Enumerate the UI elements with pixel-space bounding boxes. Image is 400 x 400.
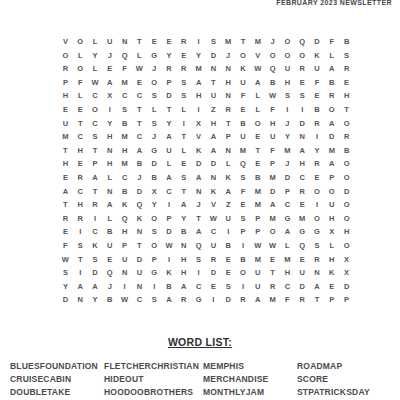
grid-cell: J [265, 35, 280, 49]
grid-cell: Q [102, 266, 117, 280]
grid-cell: E [102, 62, 117, 76]
grid-cell: D [310, 35, 325, 49]
grid-cell: R [73, 171, 88, 185]
grid-cell: A [265, 198, 280, 212]
grid-cell: M [250, 35, 265, 49]
word-list-heading-text: WORD LIST: [168, 336, 232, 348]
grid-cell: S [73, 239, 88, 253]
grid-cell: R [310, 117, 325, 131]
grid-cell: W [117, 293, 132, 307]
grid-cell: G [147, 266, 162, 280]
grid-cell: E [265, 253, 280, 267]
grid-cell: Y [176, 212, 191, 226]
grid-cell: B [324, 76, 339, 90]
grid-cell: P [250, 212, 265, 226]
grid-cell: P [250, 225, 265, 239]
grid-cell: R [58, 62, 73, 76]
grid-cell: K [324, 266, 339, 280]
grid-cell: D [206, 157, 221, 171]
grid-cell: H [295, 157, 310, 171]
grid-cell: N [191, 185, 206, 199]
grid-cell: T [132, 117, 147, 131]
grid-cell: R [58, 212, 73, 226]
grid-cell: I [162, 253, 177, 267]
grid-cell: C [132, 89, 147, 103]
grid-cell: O [339, 198, 354, 212]
grid-cell: S [147, 117, 162, 131]
grid-cell: D [191, 157, 206, 171]
grid-cell: A [324, 62, 339, 76]
grid-cell: S [58, 266, 73, 280]
grid-cell: B [236, 117, 251, 131]
word-list-item: BLUESFOUNDATION [10, 360, 98, 373]
grid-cell: B [339, 144, 354, 158]
grid-cell: I [310, 130, 325, 144]
grid-cell: X [339, 266, 354, 280]
grid-cell: S [176, 76, 191, 90]
grid-cell: F [117, 62, 132, 76]
word-list-item: HOODOOBROTHERS [104, 386, 199, 399]
grid-cell: O [147, 212, 162, 226]
grid-cell: B [147, 171, 162, 185]
grid-cell: M [221, 35, 236, 49]
grid-cell: A [58, 185, 73, 199]
grid-cell: C [132, 130, 147, 144]
grid-cell: O [310, 212, 325, 226]
grid-cell: U [265, 130, 280, 144]
grid-cell: C [132, 293, 147, 307]
grid-cell: A [162, 293, 177, 307]
grid-cell: S [176, 89, 191, 103]
grid-cell: H [265, 117, 280, 131]
grid-cell: A [176, 280, 191, 294]
newsletter-title: FEBRUARY 2023 NEWSLETTER [276, 0, 392, 6]
grid-cell: E [58, 171, 73, 185]
grid-cell: I [102, 103, 117, 117]
grid-cell: I [162, 198, 177, 212]
grid-cell: F [236, 89, 251, 103]
grid-cell: N [102, 185, 117, 199]
grid-cell: E [147, 35, 162, 49]
grid-cell: N [132, 225, 147, 239]
grid-cell: H [339, 225, 354, 239]
grid-cell: F [236, 185, 251, 199]
grid-cell: U [58, 117, 73, 131]
grid-cell: L [176, 144, 191, 158]
grid-cell: Q [265, 62, 280, 76]
grid-cell: G [310, 225, 325, 239]
grid-cell: I [88, 212, 103, 226]
grid-cell: P [117, 239, 132, 253]
grid-cell: I [295, 103, 310, 117]
grid-cell: D [58, 293, 73, 307]
grid-cell: W [88, 76, 103, 90]
grid-cell: M [117, 76, 132, 90]
grid-cell: L [132, 49, 147, 63]
grid-cell: T [191, 212, 206, 226]
word-list-heading: WORD LIST: [0, 336, 400, 348]
grid-cell: H [73, 144, 88, 158]
grid-cell: E [221, 253, 236, 267]
grid-cell: E [58, 225, 73, 239]
grid-cell: L [162, 157, 177, 171]
grid-cell: M [250, 185, 265, 199]
grid-cell: T [206, 76, 221, 90]
grid-cell: L [147, 103, 162, 117]
grid-cell: S [310, 239, 325, 253]
grid-cell: Y [162, 117, 177, 131]
grid-cell: A [191, 225, 206, 239]
grid-cell: N [206, 62, 221, 76]
grid-cell: R [236, 293, 251, 307]
grid-cell: Q [132, 198, 147, 212]
grid-cell: I [221, 225, 236, 239]
grid-cell: T [339, 103, 354, 117]
grid-cell: N [117, 266, 132, 280]
grid-cell: R [265, 280, 280, 294]
grid-cell: Q [295, 35, 310, 49]
grid-cell: K [310, 49, 325, 63]
grid-cell: A [191, 171, 206, 185]
grid-cell: W [265, 239, 280, 253]
grid-cell: C [88, 117, 103, 131]
grid-cell: Q [236, 157, 251, 171]
grid-cell: B [176, 225, 191, 239]
grid-cell: W [132, 62, 147, 76]
grid-cell: M [324, 144, 339, 158]
grid-cell: U [102, 239, 117, 253]
grid-cell: P [339, 293, 354, 307]
grid-cell: W [250, 239, 265, 253]
grid-cell: E [236, 198, 251, 212]
grid-cell: D [339, 185, 354, 199]
grid-cell: K [88, 239, 103, 253]
grid-cell: N [73, 293, 88, 307]
grid-cell: X [147, 185, 162, 199]
grid-cell: C [73, 130, 88, 144]
grid-cell: L [176, 103, 191, 117]
grid-cell: H [176, 253, 191, 267]
grid-cell: L [250, 89, 265, 103]
grid-cell: O [310, 185, 325, 199]
grid-cell: D [280, 171, 295, 185]
grid-cell: T [236, 35, 251, 49]
grid-cell: W [162, 239, 177, 253]
grid-cell: H [73, 198, 88, 212]
grid-cell: I [73, 225, 88, 239]
grid-cell: Y [147, 198, 162, 212]
grid-cell: R [206, 253, 221, 267]
grid-cell: K [206, 185, 221, 199]
grid-cell: T [310, 293, 325, 307]
grid-cell: M [265, 293, 280, 307]
grid-cell: H [102, 157, 117, 171]
grid-cell: B [117, 185, 132, 199]
grid-cell: N [295, 130, 310, 144]
grid-cell: U [295, 266, 310, 280]
grid-cell: N [206, 171, 221, 185]
grid-cell: U [206, 89, 221, 103]
grid-cell: O [236, 266, 251, 280]
grid-cell: Y [162, 49, 177, 63]
grid-cell: A [206, 130, 221, 144]
grid-cell: F [73, 76, 88, 90]
grid-cell: I [117, 280, 132, 294]
grid-cell: K [236, 62, 251, 76]
grid-cell: O [339, 239, 354, 253]
grid-cell: H [324, 253, 339, 267]
grid-cell: T [162, 103, 177, 117]
grid-cell: E [250, 157, 265, 171]
grid-cell: X [324, 225, 339, 239]
grid-cell: Y [310, 144, 325, 158]
grid-cell: P [280, 185, 295, 199]
word-list-item: DOUBLETAKE [10, 386, 98, 399]
grid-cell: V [250, 49, 265, 63]
grid-cell: J [102, 280, 117, 294]
grid-cell: L [73, 49, 88, 63]
grid-cell: T [73, 117, 88, 131]
grid-cell: H [339, 89, 354, 103]
grid-cell: U [221, 212, 236, 226]
grid-cell: O [339, 212, 354, 226]
grid-cell: B [162, 280, 177, 294]
grid-cell: R [176, 35, 191, 49]
grid-cell: I [73, 266, 88, 280]
grid-cell: E [295, 253, 310, 267]
word-list-column: BLUESFOUNDATIONCRUISECABINDOUBLETAKE [10, 360, 98, 399]
grid-cell: A [132, 144, 147, 158]
grid-cell: D [206, 266, 221, 280]
grid-cell: S [221, 280, 236, 294]
grid-cell: M [117, 157, 132, 171]
grid-cell: M [191, 62, 206, 76]
grid-cell: Y [88, 293, 103, 307]
grid-cell: T [265, 266, 280, 280]
word-list-item: MERCHANDISE [203, 373, 268, 386]
grid-cell: N [176, 239, 191, 253]
grid-cell: H [280, 266, 295, 280]
grid-cell: I [206, 293, 221, 307]
word-search-grid: VOLUNTEERISMTMJOQDFBOLYJQLGYEYDJOVOOOKLS… [58, 35, 354, 307]
grid-cell: S [147, 293, 162, 307]
grid-cell: S [295, 89, 310, 103]
grid-cell: Z [206, 103, 221, 117]
grid-cell: O [73, 62, 88, 76]
grid-cell: U [102, 35, 117, 49]
grid-cell: B [102, 293, 117, 307]
grid-cell: J [132, 171, 147, 185]
grid-cell: O [147, 76, 162, 90]
grid-cell: M [280, 253, 295, 267]
grid-cell: O [236, 49, 251, 63]
grid-cell: U [250, 266, 265, 280]
grid-cell: C [73, 185, 88, 199]
grid-cell: I [191, 35, 206, 49]
grid-cell: F [265, 144, 280, 158]
grid-cell: Q [191, 239, 206, 253]
grid-cell: A [162, 130, 177, 144]
grid-cell: T [88, 185, 103, 199]
grid-cell: E [236, 103, 251, 117]
grid-cell: N [132, 280, 147, 294]
grid-cell: A [280, 225, 295, 239]
grid-cell: M [236, 144, 251, 158]
grid-cell: N [221, 62, 236, 76]
grid-cell: M [250, 253, 265, 267]
grid-cell: U [132, 266, 147, 280]
grid-cell: E [102, 253, 117, 267]
grid-cell: H [280, 76, 295, 90]
grid-cell: E [73, 103, 88, 117]
grid-cell: J [147, 130, 162, 144]
grid-cell: D [132, 253, 147, 267]
grid-cell: F [280, 293, 295, 307]
grid-cell: H [324, 212, 339, 226]
grid-cell: G [191, 293, 206, 307]
grid-cell: T [250, 144, 265, 158]
grid-cell: D [88, 266, 103, 280]
word-list-item: MEMPHIS [203, 360, 268, 373]
grid-cell: A [324, 117, 339, 131]
grid-cell: R [295, 293, 310, 307]
grid-cell: I [236, 239, 251, 253]
grid-cell: V [206, 198, 221, 212]
grid-cell: E [295, 198, 310, 212]
grid-cell: Y [191, 49, 206, 63]
grid-cell: O [324, 185, 339, 199]
grid-cell: D [221, 293, 236, 307]
grid-cell: T [221, 117, 236, 131]
grid-cell: L [324, 239, 339, 253]
grid-cell: A [206, 144, 221, 158]
grid-cell: M [295, 212, 310, 226]
grid-cell: B [250, 171, 265, 185]
grid-cell: L [73, 89, 88, 103]
grid-cell: C [117, 171, 132, 185]
grid-cell: E [162, 35, 177, 49]
grid-cell: A [88, 171, 103, 185]
grid-cell: P [162, 76, 177, 90]
grid-cell: R [310, 157, 325, 171]
grid-cell: F [324, 35, 339, 49]
grid-cell: B [265, 76, 280, 90]
grid-cell: L [280, 239, 295, 253]
grid-cell: E [324, 280, 339, 294]
grid-cell: O [88, 103, 103, 117]
grid-cell: J [147, 62, 162, 76]
grid-cell: O [73, 35, 88, 49]
grid-cell: R [73, 212, 88, 226]
grid-cell: H [191, 89, 206, 103]
grid-cell: M [265, 212, 280, 226]
grid-cell: C [162, 185, 177, 199]
grid-cell: U [236, 130, 251, 144]
grid-cell: P [162, 212, 177, 226]
grid-cell: H [117, 225, 132, 239]
grid-cell: D [147, 157, 162, 171]
grid-cell: Y [58, 280, 73, 294]
grid-cell: I [191, 266, 206, 280]
grid-cell: L [102, 212, 117, 226]
grid-cell: E [295, 76, 310, 90]
grid-cell: A [250, 293, 265, 307]
grid-cell: H [58, 89, 73, 103]
grid-cell: K [117, 198, 132, 212]
grid-cell: D [295, 117, 310, 131]
grid-cell: J [280, 157, 295, 171]
grid-cell: R [162, 62, 177, 76]
grid-cell: C [280, 198, 295, 212]
grid-cell: X [191, 117, 206, 131]
grid-cell: G [295, 225, 310, 239]
grid-cell: A [88, 280, 103, 294]
grid-cell: P [88, 157, 103, 171]
grid-cell: A [102, 198, 117, 212]
grid-cell: B [339, 35, 354, 49]
grid-cell: D [162, 89, 177, 103]
grid-cell: S [176, 171, 191, 185]
grid-cell: T [73, 253, 88, 267]
grid-cell: E [58, 103, 73, 117]
grid-cell: H [221, 76, 236, 90]
grid-cell: A [191, 76, 206, 90]
grid-cell: R [310, 253, 325, 267]
word-list-column: FLETCHERCHRISTIANHIDEOUTHOODOOBROTHERS [104, 360, 199, 399]
grid-cell: M [280, 144, 295, 158]
grid-cell: D [324, 130, 339, 144]
grid-cell: R [176, 293, 191, 307]
grid-cell: O [147, 239, 162, 253]
word-list-item: CRUISECABIN [10, 373, 98, 386]
grid-cell: U [117, 253, 132, 267]
grid-cell: D [265, 185, 280, 199]
grid-cell: A [176, 198, 191, 212]
grid-cell: S [88, 253, 103, 267]
grid-cell: S [236, 171, 251, 185]
grid-cell: B [221, 239, 236, 253]
grid-cell: W [58, 253, 73, 267]
grid-cell: X [339, 253, 354, 267]
grid-cell: I [147, 280, 162, 294]
grid-cell: H [206, 117, 221, 131]
grid-cell: O [280, 49, 295, 63]
grid-cell: P [58, 76, 73, 90]
grid-cell: T [132, 103, 147, 117]
grid-cell: U [250, 280, 265, 294]
grid-cell: P [147, 253, 162, 267]
grid-cell: H [58, 157, 73, 171]
grid-cell: I [236, 280, 251, 294]
word-list: BLUESFOUNDATIONCRUISECABINDOUBLETAKEFLET… [0, 360, 400, 400]
grid-cell: A [162, 171, 177, 185]
grid-cell: T [58, 198, 73, 212]
grid-cell: L [324, 49, 339, 63]
grid-cell: K [162, 266, 177, 280]
grid-cell: C [206, 225, 221, 239]
word-list-column: MEMPHISMERCHANDISEMONTHLYJAM [203, 360, 268, 399]
grid-cell: A [295, 144, 310, 158]
grid-cell: S [88, 130, 103, 144]
newsletter-page: FEBRUARY 2023 NEWSLETTER VOLUNTEERISMTMJ… [0, 0, 400, 400]
grid-cell: C [88, 89, 103, 103]
grid-cell: B [102, 225, 117, 239]
grid-cell: E [206, 280, 221, 294]
grid-cell: J [102, 49, 117, 63]
grid-cell: E [176, 157, 191, 171]
grid-cell: A [102, 76, 117, 90]
word-list-item: ROADMAP [297, 360, 370, 373]
